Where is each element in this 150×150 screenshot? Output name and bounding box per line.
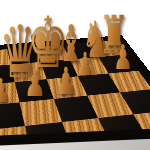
piece-white-pawn-c[interactable]: ♟	[55, 62, 77, 99]
piece-white-pawn-a[interactable]: ♟	[0, 74, 11, 107]
piece-white-pawn-b[interactable]: ♟	[24, 64, 46, 101]
piece-white-pawn-e[interactable]: ♟	[113, 40, 133, 74]
chess-set-photo: ♛♚♝♞♜♟♟♟♟♟	[0, 0, 150, 150]
pieces-layer: ♛♚♝♞♜♟♟♟♟♟	[0, 0, 150, 150]
piece-white-pawn-d[interactable]: ♟	[76, 49, 95, 81]
